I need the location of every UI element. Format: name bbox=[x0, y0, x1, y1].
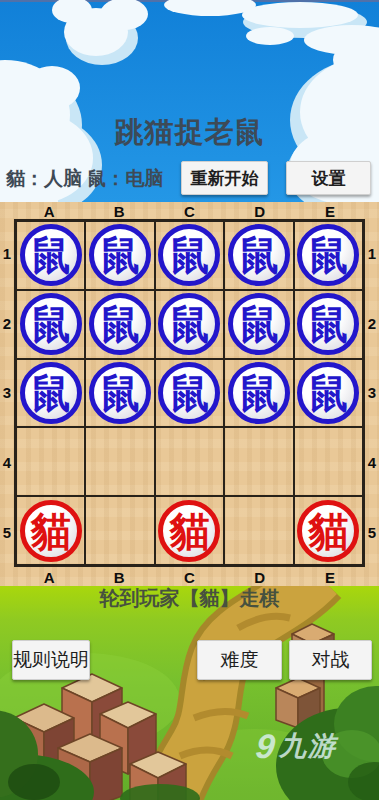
mouse-piece[interactable]: 鼠 bbox=[89, 293, 151, 355]
cell-D3[interactable]: 鼠 bbox=[224, 359, 293, 428]
cell-E1[interactable]: 鼠 bbox=[294, 221, 363, 290]
mouse-piece[interactable]: 鼠 bbox=[297, 293, 359, 355]
cell-B5[interactable] bbox=[85, 496, 154, 565]
turn-status: 轮到玩家【貓】走棋 bbox=[0, 585, 379, 612]
board-section: ABCDE 12345 鼠鼠鼠鼠鼠鼠鼠鼠鼠鼠鼠鼠鼠鼠鼠貓貓貓 12345 ABC… bbox=[0, 202, 379, 586]
cell-E2[interactable]: 鼠 bbox=[294, 290, 363, 359]
board-grid[interactable]: 鼠鼠鼠鼠鼠鼠鼠鼠鼠鼠鼠鼠鼠鼠鼠貓貓貓 bbox=[14, 219, 365, 567]
coord-label-3: 3 bbox=[365, 358, 379, 428]
cell-B1[interactable]: 鼠 bbox=[85, 221, 154, 290]
coord-label-4: 4 bbox=[365, 428, 379, 498]
mouse-piece[interactable]: 鼠 bbox=[228, 224, 290, 286]
cell-E4[interactable] bbox=[294, 427, 363, 496]
row-labels-left: 12345 bbox=[0, 219, 14, 567]
cell-A5[interactable]: 貓 bbox=[16, 496, 85, 565]
column-labels-top: ABCDE bbox=[14, 203, 365, 220]
mouse-piece[interactable]: 鼠 bbox=[20, 293, 82, 355]
cell-C4[interactable] bbox=[155, 427, 224, 496]
coord-label-C: C bbox=[154, 203, 224, 220]
cell-E3[interactable]: 鼠 bbox=[294, 359, 363, 428]
mouse-piece[interactable]: 鼠 bbox=[158, 224, 220, 286]
cell-A2[interactable]: 鼠 bbox=[16, 290, 85, 359]
landscape-background bbox=[0, 586, 379, 800]
mouse-piece[interactable]: 鼠 bbox=[158, 293, 220, 355]
mouse-piece[interactable]: 鼠 bbox=[228, 362, 290, 424]
coord-label-4: 4 bbox=[0, 428, 14, 498]
cell-C2[interactable]: 鼠 bbox=[155, 290, 224, 359]
cell-A4[interactable] bbox=[16, 427, 85, 496]
coord-label-D: D bbox=[225, 569, 295, 586]
coord-label-A: A bbox=[14, 569, 84, 586]
row-labels-right: 12345 bbox=[365, 219, 379, 567]
coord-label-3: 3 bbox=[0, 358, 14, 428]
landscape-illustration bbox=[0, 586, 379, 800]
watermark-logo: 9 九游 bbox=[256, 729, 337, 763]
cell-B4[interactable] bbox=[85, 427, 154, 496]
mouse-piece[interactable]: 鼠 bbox=[297, 224, 359, 286]
cell-B2[interactable]: 鼠 bbox=[85, 290, 154, 359]
watermark-text: 九游 bbox=[279, 733, 337, 760]
coord-label-E: E bbox=[295, 569, 365, 586]
mouse-piece[interactable]: 鼠 bbox=[158, 362, 220, 424]
coord-label-B: B bbox=[84, 203, 154, 220]
coord-label-B: B bbox=[84, 569, 154, 586]
battle-button[interactable]: 对战 bbox=[289, 640, 372, 680]
players-label: 貓：人脑 鼠：电脑 bbox=[6, 166, 163, 192]
cell-C1[interactable]: 鼠 bbox=[155, 221, 224, 290]
cell-D4[interactable] bbox=[224, 427, 293, 496]
coord-label-D: D bbox=[225, 203, 295, 220]
cell-D5[interactable] bbox=[224, 496, 293, 565]
cell-A3[interactable]: 鼠 bbox=[16, 359, 85, 428]
mouse-piece[interactable]: 鼠 bbox=[228, 293, 290, 355]
page-title: 跳猫捉老鼠 bbox=[0, 113, 379, 153]
column-labels-bottom: ABCDE bbox=[14, 569, 365, 586]
mouse-piece[interactable]: 鼠 bbox=[297, 362, 359, 424]
coord-label-2: 2 bbox=[0, 289, 14, 359]
mouse-piece[interactable]: 鼠 bbox=[20, 224, 82, 286]
coord-label-C: C bbox=[154, 569, 224, 586]
mouse-piece[interactable]: 鼠 bbox=[89, 224, 151, 286]
cell-D2[interactable]: 鼠 bbox=[224, 290, 293, 359]
cell-D1[interactable]: 鼠 bbox=[224, 221, 293, 290]
cell-B3[interactable]: 鼠 bbox=[85, 359, 154, 428]
settings-button[interactable]: 设置 bbox=[286, 161, 371, 195]
rules-button[interactable]: 规则说明 bbox=[12, 640, 90, 680]
cat-piece[interactable]: 貓 bbox=[20, 500, 82, 562]
difficulty-button[interactable]: 难度 bbox=[197, 640, 282, 680]
restart-button[interactable]: 重新开始 bbox=[181, 161, 268, 195]
coord-label-5: 5 bbox=[0, 497, 14, 567]
cell-C3[interactable]: 鼠 bbox=[155, 359, 224, 428]
coord-label-1: 1 bbox=[0, 219, 14, 289]
mouse-piece[interactable]: 鼠 bbox=[20, 362, 82, 424]
coord-label-5: 5 bbox=[365, 497, 379, 567]
cell-A1[interactable]: 鼠 bbox=[16, 221, 85, 290]
coord-label-1: 1 bbox=[365, 219, 379, 289]
mouse-piece[interactable]: 鼠 bbox=[89, 362, 151, 424]
nine-game-icon: 9 bbox=[254, 729, 276, 763]
coord-label-E: E bbox=[295, 203, 365, 220]
cell-E5[interactable]: 貓 bbox=[294, 496, 363, 565]
coord-label-2: 2 bbox=[365, 289, 379, 359]
cat-piece[interactable]: 貓 bbox=[158, 500, 220, 562]
cat-piece[interactable]: 貓 bbox=[297, 500, 359, 562]
cell-C5[interactable]: 貓 bbox=[155, 496, 224, 565]
coord-label-A: A bbox=[14, 203, 84, 220]
